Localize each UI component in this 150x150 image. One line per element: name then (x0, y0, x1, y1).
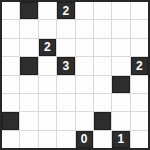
cell-r5c2[interactable] (39, 94, 56, 111)
cell-r1c7[interactable] (131, 20, 148, 37)
cell-r7c1[interactable] (20, 131, 37, 148)
cell-r2c2-wall: 2 (39, 39, 56, 56)
cell-r6c5-wall (94, 112, 111, 129)
cell-r0c2[interactable] (39, 2, 56, 19)
cell-r5c5[interactable] (94, 94, 111, 111)
cell-r0c1-wall (20, 2, 37, 19)
clue-digit: 3 (62, 60, 69, 72)
cell-r3c1-wall (20, 57, 37, 74)
cell-r2c5[interactable] (94, 39, 111, 56)
cell-r2c3[interactable] (57, 39, 74, 56)
cell-r3c4[interactable] (76, 57, 93, 74)
cell-r0c5[interactable] (94, 2, 111, 19)
clue-digit: 2 (62, 5, 69, 17)
cell-r1c1[interactable] (20, 20, 37, 37)
cell-r7c3[interactable] (57, 131, 74, 148)
cell-r2c6[interactable] (112, 39, 129, 56)
cell-r3c0[interactable] (2, 57, 19, 74)
cell-r2c1[interactable] (20, 39, 37, 56)
cell-r4c5[interactable] (94, 76, 111, 93)
cell-r1c0[interactable] (2, 20, 19, 37)
cell-r4c7[interactable] (131, 76, 148, 93)
cell-r6c2[interactable] (39, 112, 56, 129)
cell-r4c3[interactable] (57, 76, 74, 93)
cell-r2c0[interactable] (2, 39, 19, 56)
cell-r4c1[interactable] (20, 76, 37, 93)
clue-digit: 2 (136, 60, 143, 72)
cell-r0c4[interactable] (76, 2, 93, 19)
cell-r7c6-wall: 1 (112, 131, 129, 148)
cell-r7c4-wall: 0 (76, 131, 93, 148)
cell-r6c3[interactable] (57, 112, 74, 129)
cell-r6c6[interactable] (112, 112, 129, 129)
cell-r4c0[interactable] (2, 76, 19, 93)
cell-r3c3-wall: 3 (57, 57, 74, 74)
cell-r4c4[interactable] (76, 76, 93, 93)
clue-digit: 0 (81, 133, 88, 145)
cell-r1c6[interactable] (112, 20, 129, 37)
cell-r4c6-wall (112, 76, 129, 93)
cell-r1c3[interactable] (57, 20, 74, 37)
cell-r7c2[interactable] (39, 131, 56, 148)
cell-r1c5[interactable] (94, 20, 111, 37)
cell-r5c7[interactable] (131, 94, 148, 111)
cell-r5c0[interactable] (2, 94, 19, 111)
cell-r0c3-wall: 2 (57, 2, 74, 19)
cell-r0c6[interactable] (112, 2, 129, 19)
akari-board: 223201 (0, 0, 150, 150)
cell-r4c2[interactable] (39, 76, 56, 93)
cell-r7c0[interactable] (2, 131, 19, 148)
cell-r5c1[interactable] (20, 94, 37, 111)
cell-r2c4[interactable] (76, 39, 93, 56)
puzzle-area: 223201 (0, 0, 150, 150)
cell-r2c7[interactable] (131, 39, 148, 56)
cell-r6c0-wall (2, 112, 19, 129)
cell-r7c7[interactable] (131, 131, 148, 148)
clue-digit: 1 (118, 133, 125, 145)
cell-r0c7[interactable] (131, 2, 148, 19)
cell-r6c4[interactable] (76, 112, 93, 129)
cell-r0c0[interactable] (2, 2, 19, 19)
cell-r6c1[interactable] (20, 112, 37, 129)
cell-r7c5[interactable] (94, 131, 111, 148)
cell-r5c4[interactable] (76, 94, 93, 111)
cell-r1c4[interactable] (76, 20, 93, 37)
cell-r5c6[interactable] (112, 94, 129, 111)
cell-r5c3[interactable] (57, 94, 74, 111)
cell-r6c7[interactable] (131, 112, 148, 129)
clue-digit: 2 (44, 41, 51, 53)
cell-r3c2[interactable] (39, 57, 56, 74)
cell-r3c7-wall: 2 (131, 57, 148, 74)
cell-r3c6[interactable] (112, 57, 129, 74)
cell-r1c2[interactable] (39, 20, 56, 37)
cell-r3c5[interactable] (94, 57, 111, 74)
